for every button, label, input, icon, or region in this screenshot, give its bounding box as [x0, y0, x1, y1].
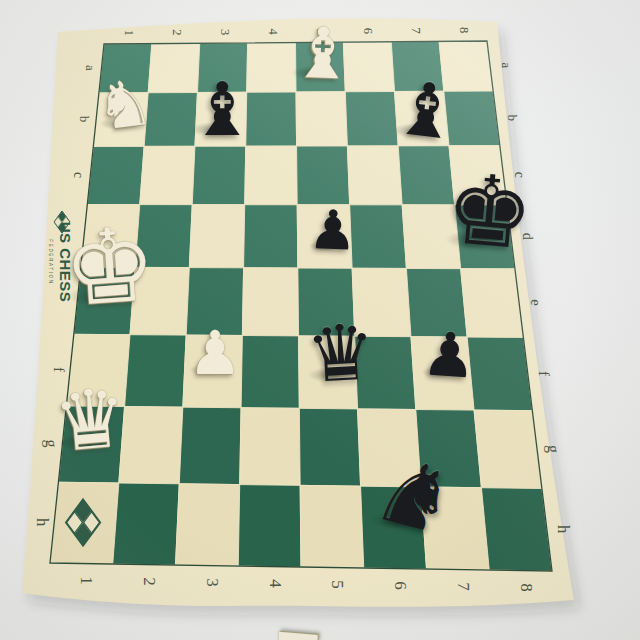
label-right-h: h: [554, 525, 573, 534]
uschess-federation-text: FEDERATION: [48, 239, 53, 284]
square-h2[interactable]: [113, 483, 180, 565]
piece-white-king-e1[interactable]: ♚: [60, 213, 159, 322]
table-surface: 1234567812345678abcfghabcdefghUS CHESSFE…: [0, 0, 640, 640]
piece-black-pawn-f7[interactable]: ♟: [420, 323, 478, 387]
label-bottom-3: 3: [203, 578, 222, 587]
label-bottom-8: 8: [517, 583, 536, 592]
label-top-7: 7: [409, 27, 423, 33]
label-left-f: f: [51, 367, 68, 373]
square-c4[interactable]: [245, 146, 297, 205]
square-c6[interactable]: [347, 146, 402, 205]
label-bottom-6: 6: [391, 581, 410, 590]
label-bottom-1: 1: [77, 576, 96, 585]
piece-white-pawn-f3[interactable]: ♟: [188, 323, 242, 384]
label-top-1: 1: [122, 30, 136, 36]
label-bottom-2: 2: [140, 577, 159, 586]
label-top-3: 3: [218, 29, 232, 35]
square-d3[interactable]: [189, 205, 244, 268]
square-c2[interactable]: [140, 146, 195, 204]
label-right-a: a: [499, 63, 513, 69]
label-left-h: h: [33, 518, 52, 527]
piece-black-queen-f5[interactable]: ♛: [304, 313, 377, 394]
square-h8[interactable]: [481, 488, 552, 571]
square-h5[interactable]: [300, 485, 364, 568]
label-right-g: g: [544, 445, 562, 453]
label-bottom-7: 7: [454, 582, 473, 591]
square-c3[interactable]: [192, 146, 246, 205]
piece-white-bishop-a5[interactable]: ♝: [290, 17, 355, 90]
square-g5[interactable]: [299, 408, 360, 486]
label-top-8: 8: [457, 27, 471, 33]
square-h3[interactable]: [176, 484, 240, 566]
square-c1[interactable]: [87, 146, 144, 204]
piece-black-pawn-d5[interactable]: ♟: [308, 203, 358, 259]
label-right-f: f: [536, 371, 553, 377]
label-top-4: 4: [266, 29, 280, 36]
square-g8[interactable]: [474, 410, 542, 488]
label-left-c: c: [71, 172, 86, 178]
label-right-b: b: [505, 114, 520, 121]
square-d6[interactable]: [350, 205, 407, 269]
square-d4[interactable]: [244, 205, 298, 268]
square-g4[interactable]: [240, 408, 300, 486]
square-g3[interactable]: [179, 407, 241, 484]
piece-white-knight-b1[interactable]: ♞: [93, 70, 158, 140]
label-left-b: b: [77, 116, 92, 123]
square-f4[interactable]: [241, 335, 299, 408]
square-e4[interactable]: [242, 268, 298, 336]
piece-white-pawn-offboard[interactable]: ♟: [264, 620, 329, 640]
label-top-2: 2: [170, 29, 184, 35]
piece-black-bishop-b7[interactable]: ♝: [390, 69, 465, 151]
square-c5[interactable]: [297, 146, 350, 205]
label-top-6: 6: [361, 28, 375, 34]
square-f2[interactable]: [125, 335, 187, 407]
square-h4[interactable]: [238, 485, 301, 567]
square-b5[interactable]: [296, 92, 347, 146]
piece-white-queen-g1[interactable]: ♛: [51, 376, 131, 464]
label-bottom-5: 5: [328, 580, 347, 589]
piece-black-bishop-b3[interactable]: ♝: [189, 71, 255, 145]
label-bottom-4: 4: [266, 579, 285, 588]
label-right-e: e: [528, 299, 544, 306]
piece-black-king-d8[interactable]: ♚: [442, 160, 537, 264]
